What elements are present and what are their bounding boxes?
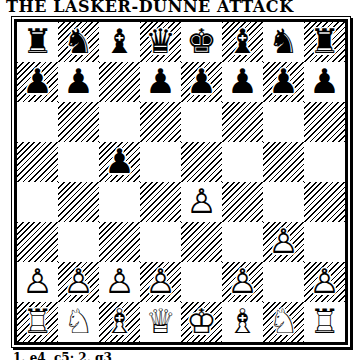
square-e2[interactable] <box>181 262 222 302</box>
square-g6[interactable] <box>263 102 304 142</box>
square-h7[interactable]: ♟♟ <box>304 62 345 102</box>
white-knight-piece: ♞♘ <box>263 302 304 342</box>
piece-glyph: ♟ <box>22 64 52 98</box>
square-g8[interactable]: ♞♞ <box>263 22 304 62</box>
piece-glyph: ♟ <box>309 64 339 98</box>
square-f6[interactable] <box>222 102 263 142</box>
piece-glyph: ♕ <box>145 304 175 338</box>
piece-glyph: ♖ <box>309 304 339 338</box>
piece-glyph: ♘ <box>268 304 298 338</box>
black-pawn-piece: ♟♟ <box>304 62 345 102</box>
square-d4[interactable] <box>140 182 181 222</box>
chess-board-frame: ♜♜♞♞♝♝♛♛♚♚♝♝♞♞♜♜♟♟♟♟♟♟♟♟♟♟♟♟♟♟♟♟♟♙♟♙♟♙♟♙… <box>11 16 351 348</box>
square-h3[interactable] <box>304 222 345 262</box>
piece-glyph: ♗ <box>227 304 257 338</box>
square-h2[interactable]: ♟♙ <box>304 262 345 302</box>
white-pawn-piece: ♟♙ <box>17 262 58 302</box>
piece-glyph: ♟ <box>104 144 134 178</box>
piece-glyph: ♟ <box>268 64 298 98</box>
square-c3[interactable] <box>99 222 140 262</box>
white-pawn-piece: ♟♙ <box>222 262 263 302</box>
square-b8[interactable]: ♞♞ <box>58 22 99 62</box>
square-a4[interactable] <box>17 182 58 222</box>
piece-glyph: ♙ <box>309 264 339 298</box>
square-f7[interactable]: ♟♟ <box>222 62 263 102</box>
square-b5[interactable] <box>58 142 99 182</box>
square-g7[interactable]: ♟♟ <box>263 62 304 102</box>
square-a7[interactable]: ♟♟ <box>17 62 58 102</box>
piece-glyph: ♚ <box>186 24 216 58</box>
square-e5[interactable] <box>181 142 222 182</box>
black-pawn-piece: ♟♟ <box>222 62 263 102</box>
square-g1[interactable]: ♞♘ <box>263 302 304 342</box>
piece-glyph: ♙ <box>268 224 298 258</box>
piece-glyph: ♟ <box>63 64 93 98</box>
piece-glyph: ♞ <box>268 24 298 58</box>
square-e3[interactable] <box>181 222 222 262</box>
piece-glyph: ♙ <box>227 264 257 298</box>
square-b4[interactable] <box>58 182 99 222</box>
piece-glyph: ♘ <box>63 304 93 338</box>
black-rook-piece: ♜♜ <box>304 22 345 62</box>
piece-glyph: ♝ <box>227 24 257 58</box>
square-c6[interactable] <box>99 102 140 142</box>
square-e4[interactable]: ♟♙ <box>181 182 222 222</box>
square-a8[interactable]: ♜♜ <box>17 22 58 62</box>
square-f8[interactable]: ♝♝ <box>222 22 263 62</box>
black-bishop-piece: ♝♝ <box>222 22 263 62</box>
white-queen-piece: ♛♕ <box>140 302 181 342</box>
black-rook-piece: ♜♜ <box>17 22 58 62</box>
black-king-piece: ♚♚ <box>181 22 222 62</box>
square-e8[interactable]: ♚♚ <box>181 22 222 62</box>
piece-glyph: ♜ <box>22 24 52 58</box>
piece-glyph: ♙ <box>145 264 175 298</box>
square-f4[interactable] <box>222 182 263 222</box>
square-c5[interactable]: ♟♟ <box>99 142 140 182</box>
square-c1[interactable]: ♝♗ <box>99 302 140 342</box>
black-pawn-piece: ♟♟ <box>263 62 304 102</box>
piece-glyph: ♙ <box>104 264 134 298</box>
black-queen-piece: ♛♛ <box>140 22 181 62</box>
black-bishop-piece: ♝♝ <box>99 22 140 62</box>
black-knight-piece: ♞♞ <box>58 22 99 62</box>
piece-glyph: ♙ <box>186 184 216 218</box>
square-f5[interactable] <box>222 142 263 182</box>
piece-glyph: ♟ <box>186 64 216 98</box>
white-rook-piece: ♜♖ <box>17 302 58 342</box>
diagram-title: THE LASKER-DUNNE ATTACK <box>6 0 360 16</box>
square-a1[interactable]: ♜♖ <box>17 302 58 342</box>
square-b7[interactable]: ♟♟ <box>58 62 99 102</box>
white-bishop-piece: ♝♗ <box>99 302 140 342</box>
square-e6[interactable] <box>181 102 222 142</box>
square-h8[interactable]: ♜♜ <box>304 22 345 62</box>
piece-glyph: ♖ <box>22 304 52 338</box>
white-king-piece: ♚♔ <box>181 302 222 342</box>
square-b3[interactable] <box>58 222 99 262</box>
square-c8[interactable]: ♝♝ <box>99 22 140 62</box>
square-d6[interactable] <box>140 102 181 142</box>
black-knight-piece: ♞♞ <box>263 22 304 62</box>
square-g2[interactable] <box>263 262 304 302</box>
square-g5[interactable] <box>263 142 304 182</box>
black-pawn-piece: ♟♟ <box>181 62 222 102</box>
square-g3[interactable]: ♟♙ <box>263 222 304 262</box>
square-d1[interactable]: ♛♕ <box>140 302 181 342</box>
square-d5[interactable] <box>140 142 181 182</box>
square-d3[interactable] <box>140 222 181 262</box>
white-knight-piece: ♞♘ <box>58 302 99 342</box>
chess-board: ♜♜♞♞♝♝♛♛♚♚♝♝♞♞♜♜♟♟♟♟♟♟♟♟♟♟♟♟♟♟♟♟♟♙♟♙♟♙♟♙… <box>14 19 348 345</box>
piece-glyph: ♜ <box>309 24 339 58</box>
piece-glyph: ♟ <box>145 64 175 98</box>
square-b2[interactable]: ♟♙ <box>58 262 99 302</box>
square-a6[interactable] <box>17 102 58 142</box>
piece-glyph: ♔ <box>186 304 216 338</box>
square-a2[interactable]: ♟♙ <box>17 262 58 302</box>
square-e1[interactable]: ♚♔ <box>181 302 222 342</box>
black-pawn-piece: ♟♟ <box>140 62 181 102</box>
square-c4[interactable] <box>99 182 140 222</box>
piece-glyph: ♞ <box>63 24 93 58</box>
square-c2[interactable]: ♟♙ <box>99 262 140 302</box>
piece-glyph: ♗ <box>104 304 134 338</box>
square-h6[interactable] <box>304 102 345 142</box>
square-f2[interactable]: ♟♙ <box>222 262 263 302</box>
square-h1[interactable]: ♜♖ <box>304 302 345 342</box>
white-pawn-piece: ♟♙ <box>140 262 181 302</box>
square-d2[interactable]: ♟♙ <box>140 262 181 302</box>
square-f1[interactable]: ♝♗ <box>222 302 263 342</box>
square-d7[interactable]: ♟♟ <box>140 62 181 102</box>
square-a3[interactable] <box>17 222 58 262</box>
white-pawn-piece: ♟♙ <box>58 262 99 302</box>
square-a5[interactable] <box>17 142 58 182</box>
black-pawn-piece: ♟♟ <box>58 62 99 102</box>
black-pawn-piece: ♟♟ <box>17 62 58 102</box>
square-d8[interactable]: ♛♛ <box>140 22 181 62</box>
square-e7[interactable]: ♟♟ <box>181 62 222 102</box>
white-bishop-piece: ♝♗ <box>222 302 263 342</box>
white-pawn-piece: ♟♙ <box>304 262 345 302</box>
piece-glyph: ♝ <box>104 24 134 58</box>
white-rook-piece: ♜♖ <box>304 302 345 342</box>
square-f3[interactable] <box>222 222 263 262</box>
moves-caption: 1. e4, c5; 2. g3 <box>13 351 112 360</box>
white-pawn-piece: ♟♙ <box>99 262 140 302</box>
square-g4[interactable] <box>263 182 304 222</box>
piece-glyph: ♛ <box>145 24 175 58</box>
white-pawn-piece: ♟♙ <box>181 182 222 222</box>
square-c7[interactable] <box>99 62 140 102</box>
square-b1[interactable]: ♞♘ <box>58 302 99 342</box>
square-h5[interactable] <box>304 142 345 182</box>
white-pawn-piece: ♟♙ <box>263 222 304 262</box>
black-pawn-piece: ♟♟ <box>99 142 140 182</box>
square-b6[interactable] <box>58 102 99 142</box>
piece-glyph: ♟ <box>227 64 257 98</box>
piece-glyph: ♙ <box>22 264 52 298</box>
square-h4[interactable] <box>304 182 345 222</box>
piece-glyph: ♙ <box>63 264 93 298</box>
